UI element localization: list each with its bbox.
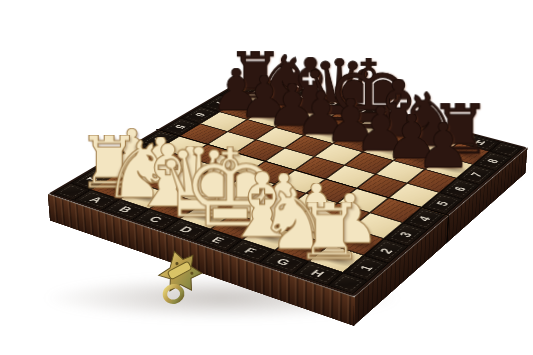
coordinate-label: 8 bbox=[484, 157, 502, 164]
coordinate-label: 6 bbox=[451, 185, 470, 192]
coordinate-label: 6 bbox=[192, 112, 209, 118]
coordinate-label: 2 bbox=[376, 246, 396, 255]
chessboard: ABCDEFGH8♜♞♝♛♚♝♞♜87♟♟♟♟♟♟♟♟7665544332♟♟♟… bbox=[48, 75, 527, 297]
coordinate-label: 4 bbox=[415, 215, 434, 223]
coordinate-label: 3 bbox=[396, 230, 416, 238]
coordinate-label: G bbox=[273, 256, 294, 267]
coordinate-label: 5 bbox=[433, 200, 452, 208]
board-grid: ABCDEFGH8♜♞♝♛♚♝♞♜87♟♟♟♟♟♟♟♟7665544332♟♟♟… bbox=[53, 76, 524, 294]
piece-white-rook: ♜ bbox=[294, 202, 365, 263]
coordinate-label: 1 bbox=[356, 263, 376, 272]
brass-clasp-icon bbox=[150, 243, 208, 305]
coordinate-label: 7 bbox=[468, 171, 486, 178]
square-h7: ♟ bbox=[425, 156, 474, 178]
piece-black-pawn: ♟ bbox=[416, 122, 472, 170]
coordinate-label: H bbox=[308, 268, 328, 279]
photo-stage: ABCDEFGH8♜♞♝♛♚♝♞♜87♟♟♟♟♟♟♟♟7665544332♟♟♟… bbox=[0, 0, 533, 355]
